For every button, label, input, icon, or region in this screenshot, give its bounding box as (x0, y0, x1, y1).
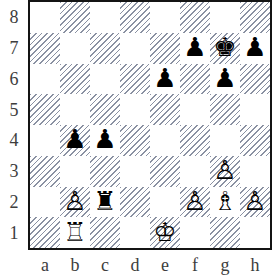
file-label-b: b (60, 252, 90, 278)
square-c4[interactable]: ♟ (90, 125, 120, 156)
rank-labels: 87654321 (0, 2, 28, 248)
square-h8[interactable] (240, 2, 270, 33)
black-pawn[interactable]: ♟ (63, 126, 86, 152)
square-d3[interactable] (120, 156, 150, 187)
square-b2[interactable]: ♙ (60, 187, 90, 218)
square-g8[interactable] (210, 2, 240, 33)
square-a2[interactable] (30, 187, 60, 218)
file-label-h: h (240, 252, 270, 278)
square-g3[interactable]: ♙ (210, 156, 240, 187)
square-h6[interactable] (240, 64, 270, 95)
rank-label-7: 7 (0, 33, 28, 64)
rank-label-5: 5 (0, 94, 28, 125)
square-a8[interactable] (30, 2, 60, 33)
square-f1[interactable] (180, 217, 210, 248)
square-f8[interactable] (180, 2, 210, 33)
chess-board: ♟♚♟♟♟♟♟♙♙♜♙♗♙♖♔ (28, 0, 272, 250)
square-a4[interactable] (30, 125, 60, 156)
square-a1[interactable] (30, 217, 60, 248)
square-b1[interactable]: ♖ (60, 217, 90, 248)
square-h3[interactable] (240, 156, 270, 187)
rank-label-2: 2 (0, 187, 28, 218)
square-a3[interactable] (30, 156, 60, 187)
square-c1[interactable] (90, 217, 120, 248)
square-g4[interactable] (210, 125, 240, 156)
square-b4[interactable]: ♟ (60, 125, 90, 156)
black-pawn[interactable]: ♟ (243, 34, 266, 60)
square-f7[interactable]: ♟ (180, 33, 210, 64)
square-g7[interactable]: ♚ (210, 33, 240, 64)
rank-label-1: 1 (0, 217, 28, 248)
square-c8[interactable] (90, 2, 120, 33)
square-d5[interactable] (120, 94, 150, 125)
square-c5[interactable] (90, 94, 120, 125)
square-e8[interactable] (150, 2, 180, 33)
square-b6[interactable] (60, 64, 90, 95)
square-a6[interactable] (30, 64, 60, 95)
white-pawn[interactable]: ♙ (213, 157, 236, 183)
square-h7[interactable]: ♟ (240, 33, 270, 64)
square-f3[interactable] (180, 156, 210, 187)
square-h4[interactable] (240, 125, 270, 156)
square-e3[interactable] (150, 156, 180, 187)
rank-label-6: 6 (0, 64, 28, 95)
square-e4[interactable] (150, 125, 180, 156)
square-g2[interactable]: ♗ (210, 187, 240, 218)
file-label-e: e (150, 252, 180, 278)
rank-label-3: 3 (0, 156, 28, 187)
square-b3[interactable] (60, 156, 90, 187)
file-label-c: c (90, 252, 120, 278)
file-label-g: g (210, 252, 240, 278)
square-d7[interactable] (120, 33, 150, 64)
square-c3[interactable] (90, 156, 120, 187)
square-e6[interactable]: ♟ (150, 64, 180, 95)
square-b7[interactable] (60, 33, 90, 64)
black-pawn[interactable]: ♟ (153, 65, 176, 91)
square-a5[interactable] (30, 94, 60, 125)
file-label-d: d (120, 252, 150, 278)
square-g1[interactable] (210, 217, 240, 248)
black-rook[interactable]: ♜ (93, 188, 116, 214)
square-e5[interactable] (150, 94, 180, 125)
black-king[interactable]: ♚ (213, 34, 236, 60)
square-d6[interactable] (120, 64, 150, 95)
square-b5[interactable] (60, 94, 90, 125)
square-f4[interactable] (180, 125, 210, 156)
square-h5[interactable] (240, 94, 270, 125)
file-label-a: a (30, 252, 60, 278)
white-rook[interactable]: ♖ (63, 219, 86, 245)
square-d1[interactable] (120, 217, 150, 248)
square-e2[interactable] (150, 187, 180, 218)
square-f5[interactable] (180, 94, 210, 125)
square-a7[interactable] (30, 33, 60, 64)
square-d2[interactable] (120, 187, 150, 218)
black-pawn[interactable]: ♟ (183, 34, 206, 60)
white-pawn[interactable]: ♙ (243, 188, 266, 214)
square-g5[interactable] (210, 94, 240, 125)
square-c7[interactable] (90, 33, 120, 64)
white-pawn[interactable]: ♙ (183, 188, 206, 214)
square-f2[interactable]: ♙ (180, 187, 210, 218)
black-pawn[interactable]: ♟ (93, 126, 116, 152)
square-d8[interactable] (120, 2, 150, 33)
square-c6[interactable] (90, 64, 120, 95)
rank-label-8: 8 (0, 2, 28, 33)
square-b8[interactable] (60, 2, 90, 33)
square-c2[interactable]: ♜ (90, 187, 120, 218)
square-e1[interactable]: ♔ (150, 217, 180, 248)
black-pawn[interactable]: ♟ (213, 65, 236, 91)
square-f6[interactable] (180, 64, 210, 95)
square-e7[interactable] (150, 33, 180, 64)
square-d4[interactable] (120, 125, 150, 156)
rank-label-4: 4 (0, 125, 28, 156)
square-g6[interactable]: ♟ (210, 64, 240, 95)
square-h2[interactable]: ♙ (240, 187, 270, 218)
square-h1[interactable] (240, 217, 270, 248)
file-label-f: f (180, 252, 210, 278)
white-king[interactable]: ♔ (153, 219, 176, 245)
white-bishop[interactable]: ♗ (213, 188, 236, 214)
white-pawn[interactable]: ♙ (63, 188, 86, 214)
chess-diagram: 87654321 ♟♚♟♟♟♟♟♙♙♜♙♗♙♖♔ abcdefgh (0, 0, 279, 280)
file-labels: abcdefgh (30, 252, 270, 278)
